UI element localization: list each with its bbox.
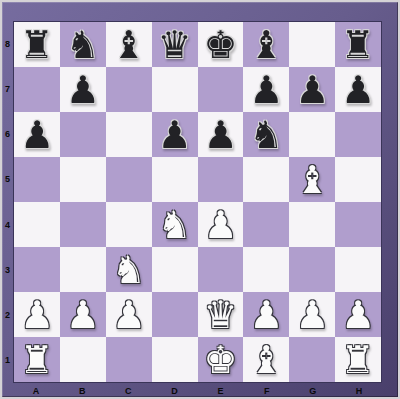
square-e8[interactable]: ♚ — [198, 22, 244, 67]
file-label-f: F — [244, 383, 290, 398]
square-f4[interactable] — [243, 202, 289, 247]
square-h4[interactable] — [335, 202, 381, 247]
piece-black-pawn-f7[interactable]: ♟ — [249, 71, 283, 109]
file-label-a: A — [13, 383, 59, 398]
square-h6[interactable] — [335, 112, 381, 157]
piece-white-pawn-f2[interactable]: ♟ — [249, 296, 283, 334]
square-c4[interactable] — [106, 202, 152, 247]
square-b7[interactable]: ♟ — [60, 67, 106, 112]
square-e3[interactable] — [198, 247, 244, 292]
square-h8[interactable]: ♜ — [335, 22, 381, 67]
piece-white-bishop-g5[interactable]: ♝ — [295, 161, 329, 199]
square-b2[interactable]: ♟ — [60, 292, 106, 337]
square-c8[interactable]: ♝ — [106, 22, 152, 67]
square-a4[interactable] — [14, 202, 60, 247]
square-b3[interactable] — [60, 247, 106, 292]
square-f2[interactable]: ♟ — [243, 292, 289, 337]
piece-black-pawn-h7[interactable]: ♟ — [341, 71, 375, 109]
square-d1[interactable] — [152, 337, 198, 382]
file-label-c: C — [105, 383, 151, 398]
piece-black-rook-h8[interactable]: ♜ — [341, 26, 375, 64]
piece-black-pawn-a6[interactable]: ♟ — [20, 116, 54, 154]
piece-white-pawn-a2[interactable]: ♟ — [20, 296, 54, 334]
square-h7[interactable]: ♟ — [335, 67, 381, 112]
square-h1[interactable]: ♜ — [335, 337, 381, 382]
square-a2[interactable]: ♟ — [14, 292, 60, 337]
square-f6[interactable]: ♞ — [243, 112, 289, 157]
square-d4[interactable]: ♞ — [152, 202, 198, 247]
square-e4[interactable]: ♟ — [198, 202, 244, 247]
square-g6[interactable] — [289, 112, 335, 157]
rank-label-4: 4 — [2, 202, 13, 247]
square-b1[interactable] — [60, 337, 106, 382]
piece-white-knight-d4[interactable]: ♞ — [158, 206, 192, 244]
piece-white-queen-e2[interactable]: ♛ — [203, 296, 237, 334]
square-h2[interactable]: ♟ — [335, 292, 381, 337]
square-g1[interactable] — [289, 337, 335, 382]
rank-label-3: 3 — [2, 247, 13, 292]
rank-label-1: 1 — [2, 338, 13, 383]
piece-white-king-e1[interactable]: ♚ — [203, 341, 237, 379]
square-b4[interactable] — [60, 202, 106, 247]
square-d6[interactable]: ♟ — [152, 112, 198, 157]
file-label-e: E — [198, 383, 244, 398]
square-c3[interactable]: ♞ — [106, 247, 152, 292]
piece-black-pawn-g7[interactable]: ♟ — [295, 71, 329, 109]
square-f5[interactable] — [243, 157, 289, 202]
square-g2[interactable]: ♟ — [289, 292, 335, 337]
square-f3[interactable] — [243, 247, 289, 292]
chess-board: ♜♞♝♛♚♝♜♟♟♟♟♟♟♟♞♝♞♟♞♟♟♟♛♟♟♟♜♚♝♜ — [13, 21, 382, 383]
rank-label-5: 5 — [2, 157, 13, 202]
piece-white-pawn-g2[interactable]: ♟ — [295, 296, 329, 334]
piece-black-rook-a8[interactable]: ♜ — [20, 26, 54, 64]
file-label-h: H — [336, 383, 382, 398]
square-e6[interactable]: ♟ — [198, 112, 244, 157]
square-h3[interactable] — [335, 247, 381, 292]
square-f1[interactable]: ♝ — [243, 337, 289, 382]
rank-labels: 87654321 — [2, 21, 13, 383]
piece-white-pawn-b2[interactable]: ♟ — [66, 296, 100, 334]
square-a8[interactable]: ♜ — [14, 22, 60, 67]
square-g5[interactable]: ♝ — [289, 157, 335, 202]
square-a6[interactable]: ♟ — [14, 112, 60, 157]
piece-black-pawn-e6[interactable]: ♟ — [203, 116, 237, 154]
piece-black-knight-f6[interactable]: ♞ — [249, 116, 283, 154]
rank-label-8: 8 — [2, 21, 13, 66]
piece-black-knight-b8[interactable]: ♞ — [66, 26, 100, 64]
file-labels: ABCDEFGH — [13, 383, 382, 398]
square-c5[interactable] — [106, 157, 152, 202]
piece-black-pawn-b7[interactable]: ♟ — [66, 71, 100, 109]
piece-black-pawn-d6[interactable]: ♟ — [158, 116, 192, 154]
piece-black-bishop-c8[interactable]: ♝ — [112, 26, 146, 64]
square-g7[interactable]: ♟ — [289, 67, 335, 112]
square-d3[interactable] — [152, 247, 198, 292]
piece-white-pawn-c2[interactable]: ♟ — [112, 296, 146, 334]
square-a3[interactable] — [14, 247, 60, 292]
piece-white-pawn-e4[interactable]: ♟ — [203, 206, 237, 244]
square-b6[interactable] — [60, 112, 106, 157]
square-d2[interactable] — [152, 292, 198, 337]
square-f7[interactable]: ♟ — [243, 67, 289, 112]
square-g4[interactable] — [289, 202, 335, 247]
rank-label-2: 2 — [2, 293, 13, 338]
piece-black-king-e8[interactable]: ♚ — [203, 26, 237, 64]
file-label-b: B — [59, 383, 105, 398]
square-g8[interactable] — [289, 22, 335, 67]
square-a1[interactable]: ♜ — [14, 337, 60, 382]
square-f8[interactable]: ♝ — [243, 22, 289, 67]
piece-black-queen-d8[interactable]: ♛ — [158, 26, 192, 64]
square-b8[interactable]: ♞ — [60, 22, 106, 67]
square-d5[interactable] — [152, 157, 198, 202]
file-label-d: D — [151, 383, 197, 398]
piece-white-pawn-h2[interactable]: ♟ — [341, 296, 375, 334]
chess-board-window: 87654321 ♜♞♝♛♚♝♜♟♟♟♟♟♟♟♞♝♞♟♞♟♟♟♛♟♟♟♜♚♝♜ … — [0, 0, 400, 399]
square-c2[interactable]: ♟ — [106, 292, 152, 337]
square-c6[interactable] — [106, 112, 152, 157]
square-e2[interactable]: ♛ — [198, 292, 244, 337]
square-a5[interactable] — [14, 157, 60, 202]
piece-white-knight-c3[interactable]: ♞ — [112, 251, 146, 289]
square-e5[interactable] — [198, 157, 244, 202]
square-e7[interactable] — [198, 67, 244, 112]
square-c1[interactable] — [106, 337, 152, 382]
square-g3[interactable] — [289, 247, 335, 292]
square-d7[interactable] — [152, 67, 198, 112]
piece-white-bishop-f1[interactable]: ♝ — [249, 341, 283, 379]
square-b5[interactable] — [60, 157, 106, 202]
file-label-g: G — [290, 383, 336, 398]
square-a7[interactable] — [14, 67, 60, 112]
piece-white-rook-h1[interactable]: ♜ — [341, 341, 375, 379]
square-h5[interactable] — [335, 157, 381, 202]
piece-white-rook-a1[interactable]: ♜ — [20, 341, 54, 379]
square-e1[interactable]: ♚ — [198, 337, 244, 382]
rank-label-7: 7 — [2, 66, 13, 111]
rank-label-6: 6 — [2, 112, 13, 157]
square-c7[interactable] — [106, 67, 152, 112]
piece-black-bishop-f8[interactable]: ♝ — [249, 26, 283, 64]
square-d8[interactable]: ♛ — [152, 22, 198, 67]
